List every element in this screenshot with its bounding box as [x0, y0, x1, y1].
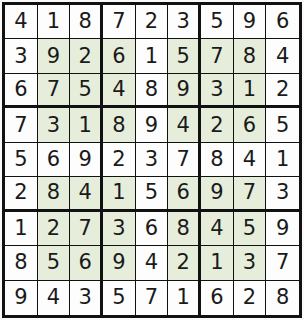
- cell-r4c6[interactable]: 4: [168, 108, 201, 142]
- cell-r4c2[interactable]: 3: [38, 108, 71, 142]
- cell-r6c9[interactable]: 3: [266, 177, 299, 211]
- cell-r6c7[interactable]: 9: [201, 177, 234, 211]
- cell-r3c9[interactable]: 2: [266, 74, 299, 108]
- cell-r1c4[interactable]: 7: [103, 5, 136, 39]
- cell-r2c2[interactable]: 9: [38, 39, 71, 73]
- cell-r5c4[interactable]: 2: [103, 143, 136, 177]
- cell-r8c9[interactable]: 7: [266, 246, 299, 280]
- cell-r6c4[interactable]: 1: [103, 177, 136, 211]
- cell-r5c6[interactable]: 7: [168, 143, 201, 177]
- cell-r1c8[interactable]: 9: [234, 5, 267, 39]
- cell-r7c6[interactable]: 8: [168, 212, 201, 246]
- cell-r6c2[interactable]: 8: [38, 177, 71, 211]
- cell-r8c1[interactable]: 8: [5, 246, 38, 280]
- cell-r3c4[interactable]: 4: [103, 74, 136, 108]
- cell-r8c4[interactable]: 9: [103, 246, 136, 280]
- cell-r3c6[interactable]: 9: [168, 74, 201, 108]
- cell-r5c9[interactable]: 1: [266, 143, 299, 177]
- cell-r9c9[interactable]: 8: [266, 281, 299, 315]
- cell-r9c2[interactable]: 4: [38, 281, 71, 315]
- cell-r3c7[interactable]: 3: [201, 74, 234, 108]
- cell-r1c6[interactable]: 3: [168, 5, 201, 39]
- cell-r4c3[interactable]: 1: [70, 108, 103, 142]
- cell-r5c2[interactable]: 6: [38, 143, 71, 177]
- cell-r9c7[interactable]: 6: [201, 281, 234, 315]
- cell-r2c8[interactable]: 8: [234, 39, 267, 73]
- cell-r4c4[interactable]: 8: [103, 108, 136, 142]
- cell-r8c8[interactable]: 3: [234, 246, 267, 280]
- cell-r1c9[interactable]: 6: [266, 5, 299, 39]
- cell-r6c8[interactable]: 7: [234, 177, 267, 211]
- cell-r1c3[interactable]: 8: [70, 5, 103, 39]
- cell-r4c7[interactable]: 2: [201, 108, 234, 142]
- cell-r9c3[interactable]: 3: [70, 281, 103, 315]
- cell-r2c7[interactable]: 7: [201, 39, 234, 73]
- cell-r2c4[interactable]: 6: [103, 39, 136, 73]
- cell-r3c2[interactable]: 7: [38, 74, 71, 108]
- cell-r2c3[interactable]: 2: [70, 39, 103, 73]
- cell-r7c9[interactable]: 9: [266, 212, 299, 246]
- cell-r7c3[interactable]: 7: [70, 212, 103, 246]
- cell-r5c1[interactable]: 5: [5, 143, 38, 177]
- cell-r6c5[interactable]: 5: [136, 177, 169, 211]
- cell-r8c3[interactable]: 6: [70, 246, 103, 280]
- cell-r9c4[interactable]: 5: [103, 281, 136, 315]
- cell-r4c9[interactable]: 5: [266, 108, 299, 142]
- sudoku-frame: 4187235963926157846754893127318942655692…: [0, 0, 304, 320]
- cell-r7c7[interactable]: 4: [201, 212, 234, 246]
- cell-r7c2[interactable]: 2: [38, 212, 71, 246]
- cell-r9c8[interactable]: 2: [234, 281, 267, 315]
- cell-r5c8[interactable]: 4: [234, 143, 267, 177]
- cell-r6c6[interactable]: 6: [168, 177, 201, 211]
- cell-r7c5[interactable]: 6: [136, 212, 169, 246]
- cell-r1c2[interactable]: 1: [38, 5, 71, 39]
- cell-r8c5[interactable]: 4: [136, 246, 169, 280]
- cell-r9c1[interactable]: 9: [5, 281, 38, 315]
- cell-r5c5[interactable]: 3: [136, 143, 169, 177]
- cell-r5c7[interactable]: 8: [201, 143, 234, 177]
- cell-r8c6[interactable]: 2: [168, 246, 201, 280]
- cell-r2c6[interactable]: 5: [168, 39, 201, 73]
- cell-r3c8[interactable]: 1: [234, 74, 267, 108]
- cell-r2c9[interactable]: 4: [266, 39, 299, 73]
- cell-r7c8[interactable]: 5: [234, 212, 267, 246]
- cell-r6c1[interactable]: 2: [5, 177, 38, 211]
- cell-r4c8[interactable]: 6: [234, 108, 267, 142]
- cell-r5c3[interactable]: 9: [70, 143, 103, 177]
- cell-r3c5[interactable]: 8: [136, 74, 169, 108]
- cell-r4c1[interactable]: 7: [5, 108, 38, 142]
- cell-r6c3[interactable]: 4: [70, 177, 103, 211]
- cell-r7c4[interactable]: 3: [103, 212, 136, 246]
- cell-r7c1[interactable]: 1: [5, 212, 38, 246]
- cell-r3c1[interactable]: 6: [5, 74, 38, 108]
- cell-r2c1[interactable]: 3: [5, 39, 38, 73]
- cell-r9c5[interactable]: 7: [136, 281, 169, 315]
- cell-r1c1[interactable]: 4: [5, 5, 38, 39]
- cell-r8c7[interactable]: 1: [201, 246, 234, 280]
- cell-r8c2[interactable]: 5: [38, 246, 71, 280]
- cell-r4c5[interactable]: 9: [136, 108, 169, 142]
- cell-r2c5[interactable]: 1: [136, 39, 169, 73]
- cell-r1c5[interactable]: 2: [136, 5, 169, 39]
- cell-r3c3[interactable]: 5: [70, 74, 103, 108]
- cell-r9c6[interactable]: 1: [168, 281, 201, 315]
- cell-r1c7[interactable]: 5: [201, 5, 234, 39]
- sudoku-board: 4187235963926157846754893127318942655692…: [2, 2, 302, 318]
